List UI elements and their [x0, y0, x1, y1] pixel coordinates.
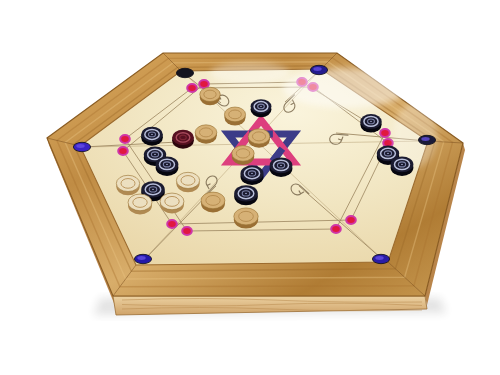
- coin-white-5[interactable]: [195, 125, 217, 144]
- coin-black-13[interactable]: [391, 156, 414, 176]
- baseline-circle: [182, 227, 192, 235]
- coin-black-19[interactable]: [234, 185, 258, 205]
- pocket-right: [418, 135, 435, 144]
- coin-black-6[interactable]: [141, 127, 163, 146]
- coin-white-3[interactable]: [224, 107, 245, 125]
- coin-white-1[interactable]: [200, 87, 220, 105]
- coin-black-14[interactable]: [270, 157, 293, 177]
- coin-white-16[interactable]: [176, 172, 199, 192]
- pocket-bottom-left: [134, 254, 151, 263]
- pocket-left: [73, 142, 90, 151]
- pocket-top-left: [176, 68, 193, 77]
- pocket-bottom-right: [372, 254, 389, 263]
- baseline-circle: [118, 147, 128, 155]
- coin-black-2[interactable]: [251, 99, 272, 117]
- baseline-circle: [380, 129, 390, 137]
- hexagonal-carrom-board: [0, 0, 500, 375]
- coin-black-4[interactable]: [360, 114, 381, 133]
- coin-black-15[interactable]: [240, 165, 263, 185]
- baseline-circle: [187, 84, 197, 92]
- coin-white-9[interactable]: [232, 146, 254, 165]
- coin-black-12[interactable]: [156, 156, 179, 176]
- coin-white-23[interactable]: [234, 208, 258, 229]
- coin-white-20[interactable]: [201, 192, 225, 212]
- pocket-top-right: [310, 65, 327, 74]
- coin-white-22[interactable]: [128, 194, 152, 214]
- baseline-circle: [346, 216, 356, 224]
- coin-white-7[interactable]: [248, 129, 270, 148]
- product-photo-canvas: [0, 0, 500, 375]
- coin-white-21[interactable]: [160, 193, 184, 213]
- coin-queen-8[interactable]: [172, 130, 194, 149]
- baseline-circle: [331, 225, 341, 233]
- coin-white-17[interactable]: [116, 175, 139, 195]
- baseline-circle: [167, 220, 177, 228]
- baseline-circle: [199, 80, 209, 88]
- baseline-circle: [120, 135, 130, 143]
